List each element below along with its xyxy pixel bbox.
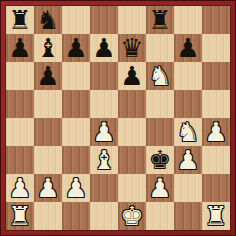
square-h3[interactable]: [202, 146, 230, 174]
piece-black-queen[interactable]: ♛: [118, 34, 146, 62]
square-h6[interactable]: [202, 62, 230, 90]
piece-white-pawn[interactable]: ♟: [6, 174, 34, 202]
square-d3[interactable]: ♝: [90, 146, 118, 174]
piece-white-pawn[interactable]: ♟: [202, 118, 230, 146]
square-e6[interactable]: ♟: [118, 62, 146, 90]
square-c2[interactable]: ♟: [62, 174, 90, 202]
square-e8[interactable]: [118, 6, 146, 34]
piece-white-king[interactable]: ♚: [118, 202, 146, 230]
piece-black-pawn[interactable]: ♟: [6, 34, 34, 62]
chessboard-screenshot: ♜♞♜♟♝♟♟♛♟♟♟♞♟♞♟♝♚♟♟♟♟♟♜♚♜: [0, 0, 236, 236]
square-c7[interactable]: ♟: [62, 34, 90, 62]
square-g7[interactable]: ♟: [174, 34, 202, 62]
piece-white-bishop[interactable]: ♝: [90, 146, 118, 174]
square-a8[interactable]: ♜: [6, 6, 34, 34]
piece-white-pawn[interactable]: ♟: [146, 174, 174, 202]
square-h5[interactable]: [202, 90, 230, 118]
piece-white-knight[interactable]: ♞: [174, 118, 202, 146]
square-e4[interactable]: [118, 118, 146, 146]
square-d1[interactable]: [90, 202, 118, 230]
square-a7[interactable]: ♟: [6, 34, 34, 62]
square-d7[interactable]: ♟: [90, 34, 118, 62]
square-f6[interactable]: ♞: [146, 62, 174, 90]
square-f4[interactable]: [146, 118, 174, 146]
square-c3[interactable]: [62, 146, 90, 174]
square-c5[interactable]: [62, 90, 90, 118]
square-f5[interactable]: [146, 90, 174, 118]
piece-black-pawn[interactable]: ♟: [62, 34, 90, 62]
piece-black-rook[interactable]: ♜: [6, 6, 34, 34]
square-c1[interactable]: [62, 202, 90, 230]
square-d2[interactable]: [90, 174, 118, 202]
square-e7[interactable]: ♛: [118, 34, 146, 62]
square-g2[interactable]: [174, 174, 202, 202]
square-g6[interactable]: [174, 62, 202, 90]
square-h7[interactable]: [202, 34, 230, 62]
square-h4[interactable]: ♟: [202, 118, 230, 146]
square-g8[interactable]: [174, 6, 202, 34]
square-c6[interactable]: [62, 62, 90, 90]
piece-white-pawn[interactable]: ♟: [34, 174, 62, 202]
square-a6[interactable]: [6, 62, 34, 90]
square-b4[interactable]: [34, 118, 62, 146]
square-a1[interactable]: ♜: [6, 202, 34, 230]
square-f7[interactable]: [146, 34, 174, 62]
square-e2[interactable]: [118, 174, 146, 202]
chess-board[interactable]: ♜♞♜♟♝♟♟♛♟♟♟♞♟♞♟♝♚♟♟♟♟♟♜♚♜: [6, 6, 230, 230]
square-c8[interactable]: [62, 6, 90, 34]
square-b1[interactable]: [34, 202, 62, 230]
square-b5[interactable]: [34, 90, 62, 118]
square-g4[interactable]: ♞: [174, 118, 202, 146]
square-b7[interactable]: ♝: [34, 34, 62, 62]
square-a3[interactable]: [6, 146, 34, 174]
square-d5[interactable]: [90, 90, 118, 118]
square-f2[interactable]: ♟: [146, 174, 174, 202]
square-d8[interactable]: [90, 6, 118, 34]
piece-white-pawn[interactable]: ♟: [174, 146, 202, 174]
piece-black-king[interactable]: ♚: [146, 146, 174, 174]
square-b6[interactable]: ♟: [34, 62, 62, 90]
piece-white-pawn[interactable]: ♟: [62, 174, 90, 202]
square-h1[interactable]: ♜: [202, 202, 230, 230]
square-d4[interactable]: ♟: [90, 118, 118, 146]
square-e1[interactable]: ♚: [118, 202, 146, 230]
square-b8[interactable]: ♞: [34, 6, 62, 34]
square-h8[interactable]: [202, 6, 230, 34]
square-b3[interactable]: [34, 146, 62, 174]
square-g3[interactable]: ♟: [174, 146, 202, 174]
square-e5[interactable]: [118, 90, 146, 118]
square-g1[interactable]: [174, 202, 202, 230]
square-f8[interactable]: ♜: [146, 6, 174, 34]
square-a4[interactable]: [6, 118, 34, 146]
square-h2[interactable]: [202, 174, 230, 202]
piece-white-rook[interactable]: ♜: [202, 202, 230, 230]
square-a5[interactable]: [6, 90, 34, 118]
square-f1[interactable]: [146, 202, 174, 230]
square-b2[interactable]: ♟: [34, 174, 62, 202]
piece-black-rook[interactable]: ♜: [146, 6, 174, 34]
chess-board-frame: ♜♞♜♟♝♟♟♛♟♟♟♞♟♞♟♝♚♟♟♟♟♟♜♚♜: [0, 0, 236, 236]
square-a2[interactable]: ♟: [6, 174, 34, 202]
piece-black-pawn[interactable]: ♟: [34, 62, 62, 90]
piece-black-knight[interactable]: ♞: [34, 6, 62, 34]
piece-white-pawn[interactable]: ♟: [90, 118, 118, 146]
square-d6[interactable]: [90, 62, 118, 90]
square-f3[interactable]: ♚: [146, 146, 174, 174]
piece-white-rook[interactable]: ♜: [6, 202, 34, 230]
square-c4[interactable]: [62, 118, 90, 146]
piece-black-bishop[interactable]: ♝: [34, 34, 62, 62]
piece-white-knight[interactable]: ♞: [146, 62, 174, 90]
piece-black-pawn[interactable]: ♟: [90, 34, 118, 62]
piece-black-pawn[interactable]: ♟: [174, 34, 202, 62]
square-g5[interactable]: [174, 90, 202, 118]
piece-black-pawn[interactable]: ♟: [118, 62, 146, 90]
square-e3[interactable]: [118, 146, 146, 174]
